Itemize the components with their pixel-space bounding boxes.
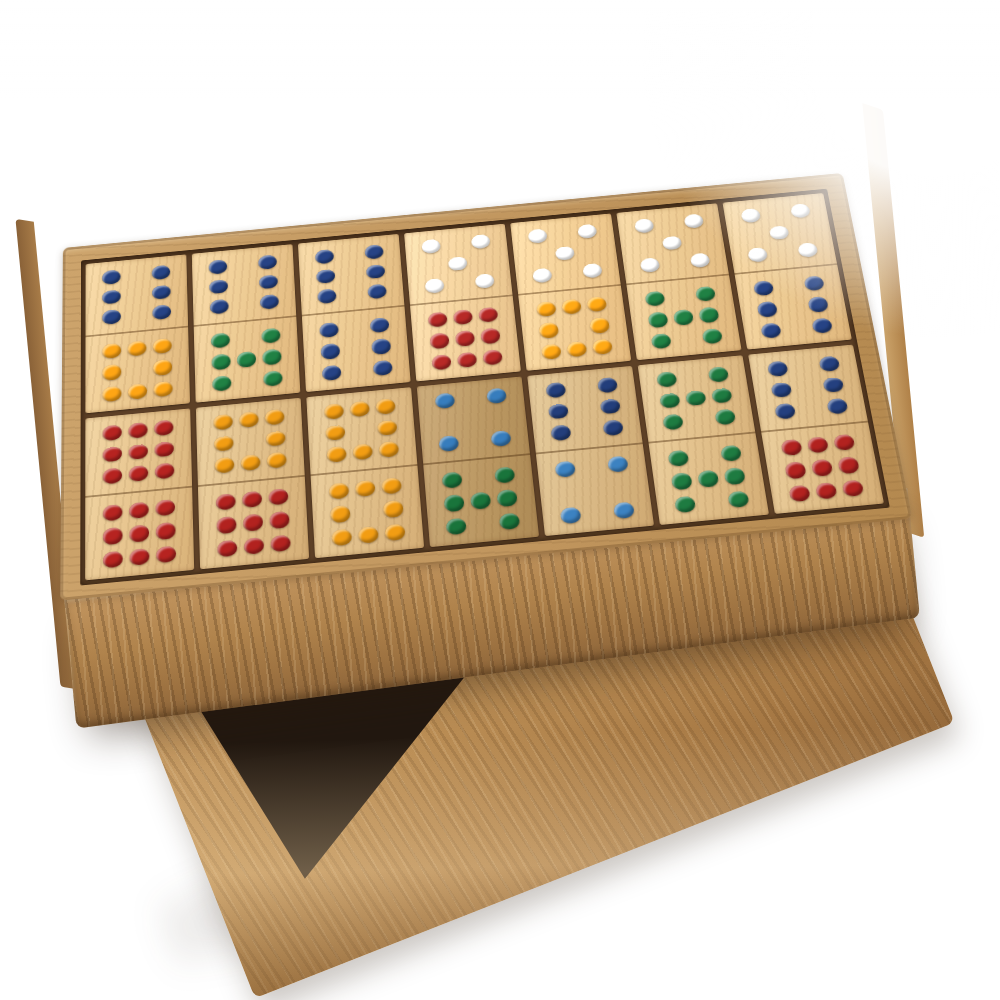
pip-cell bbox=[814, 352, 844, 376]
pip-cell bbox=[442, 233, 469, 255]
pip-red-icon bbox=[780, 439, 802, 456]
pip-light-blue-icon bbox=[491, 431, 512, 448]
pip-green-icon bbox=[711, 387, 733, 404]
pip-cell bbox=[344, 358, 371, 382]
pip-red-icon bbox=[154, 419, 173, 436]
domino-6-8[interactable] bbox=[85, 254, 190, 413]
pip-cell bbox=[711, 405, 741, 429]
pip-cell bbox=[698, 324, 727, 348]
pip-cell bbox=[153, 541, 180, 567]
pip-red-icon bbox=[243, 514, 263, 532]
pip-cell bbox=[691, 282, 720, 306]
pip-cell bbox=[364, 280, 391, 303]
pip-cell bbox=[670, 492, 700, 518]
pip-cell bbox=[372, 394, 400, 418]
pip-cell bbox=[435, 432, 463, 457]
pip-cell bbox=[740, 224, 769, 246]
domino-half-6-dark-blue bbox=[735, 265, 852, 350]
pip-dark-blue-icon bbox=[770, 382, 792, 399]
pip-white-icon bbox=[740, 208, 761, 223]
domino-half-6-dark-blue bbox=[748, 345, 868, 433]
pip-dark-blue-icon bbox=[804, 275, 825, 291]
pip-cell bbox=[151, 437, 177, 461]
pip-cell bbox=[461, 429, 489, 454]
pip-cell bbox=[444, 252, 471, 274]
pip-green-icon bbox=[237, 351, 256, 367]
domino-half-6-dark-blue bbox=[527, 366, 643, 455]
pip-cell bbox=[661, 252, 689, 275]
pip-orange-icon bbox=[213, 414, 233, 431]
pip-cell bbox=[424, 308, 451, 332]
pip-cell bbox=[419, 255, 446, 278]
pip-cell bbox=[778, 295, 807, 319]
pip-cell bbox=[418, 235, 445, 257]
pip-cell bbox=[553, 479, 582, 505]
pip-cell bbox=[490, 462, 519, 488]
pip-cell bbox=[314, 285, 340, 308]
domino-5-6[interactable] bbox=[723, 193, 852, 350]
domino-half-9-red bbox=[85, 408, 192, 497]
pip-cell bbox=[768, 241, 797, 264]
pip-dark-blue-icon bbox=[152, 284, 171, 300]
pip-green-icon bbox=[211, 332, 230, 348]
pip-cell bbox=[148, 261, 173, 283]
pip-cell bbox=[471, 270, 498, 293]
pip-dark-blue-icon bbox=[370, 317, 390, 333]
pip-cell bbox=[803, 293, 833, 317]
pip-green-icon bbox=[470, 492, 491, 510]
pip-cell bbox=[546, 421, 575, 445]
pip-cell bbox=[583, 292, 611, 316]
pip-cell bbox=[339, 283, 366, 306]
pip-orange-icon bbox=[536, 301, 556, 317]
pip-cell bbox=[606, 474, 636, 500]
pip-cell bbox=[780, 457, 811, 483]
pip-white-icon bbox=[582, 263, 602, 279]
pip-cell bbox=[544, 399, 573, 423]
pip-red-icon bbox=[244, 537, 264, 555]
pip-cell bbox=[468, 511, 497, 537]
pip-red-icon bbox=[431, 354, 451, 371]
domino-half-7-green bbox=[649, 433, 769, 525]
pip-cell bbox=[593, 373, 622, 397]
pip-cell bbox=[99, 420, 125, 444]
pip-cell bbox=[346, 397, 373, 421]
pip-red-icon bbox=[807, 436, 829, 453]
domino-8-9[interactable] bbox=[196, 398, 309, 570]
domino-half-5-white bbox=[404, 224, 513, 306]
pip-red-icon bbox=[128, 422, 147, 439]
pip-cell bbox=[150, 334, 176, 358]
pip-cell bbox=[99, 523, 126, 549]
pip-red-icon bbox=[102, 446, 121, 463]
pip-red-icon bbox=[155, 499, 175, 517]
pip-cell bbox=[342, 337, 369, 361]
pip-cell bbox=[794, 239, 823, 262]
domino-half-5-white bbox=[616, 203, 729, 285]
pip-cell bbox=[211, 453, 238, 478]
pip-dark-blue-icon bbox=[366, 264, 386, 279]
domino-half-7-green bbox=[626, 275, 741, 360]
pip-cell bbox=[577, 454, 606, 479]
pip-cell bbox=[493, 485, 522, 511]
domino-half-4-light-blue bbox=[417, 377, 530, 466]
pip-cell bbox=[374, 416, 402, 440]
pip-red-icon bbox=[268, 488, 288, 506]
pip-cell bbox=[537, 340, 565, 364]
pip-dark-blue-icon bbox=[603, 420, 624, 437]
pip-cell bbox=[580, 477, 610, 503]
pip-red-icon bbox=[155, 463, 175, 480]
domino-9-9[interactable] bbox=[85, 408, 194, 580]
pip-dark-blue-icon bbox=[152, 264, 171, 279]
pip-orange-icon bbox=[541, 344, 562, 361]
pip-cell bbox=[446, 273, 473, 296]
pip-white-icon bbox=[555, 246, 575, 261]
pip-green-icon bbox=[708, 366, 730, 382]
pip-cell bbox=[375, 437, 403, 462]
pip-cell bbox=[453, 348, 481, 372]
pip-cell bbox=[262, 426, 289, 450]
pip-orange-icon bbox=[587, 296, 608, 312]
pip-green-icon bbox=[443, 494, 464, 512]
pip-cell bbox=[549, 222, 576, 244]
pip-cell bbox=[322, 421, 349, 445]
domino-5-8[interactable] bbox=[510, 213, 631, 370]
pip-red-icon bbox=[216, 493, 236, 511]
pip-cell bbox=[210, 431, 237, 455]
pip-red-icon bbox=[103, 527, 123, 545]
pip-green-icon bbox=[441, 471, 462, 489]
pip-cell bbox=[326, 501, 354, 527]
pip-cell bbox=[666, 284, 695, 308]
pip-red-icon bbox=[217, 540, 237, 558]
pip-cell bbox=[366, 313, 393, 337]
pip-cell bbox=[349, 440, 377, 465]
pip-cell bbox=[449, 305, 476, 329]
pip-cell bbox=[99, 306, 124, 329]
domino-half-6-dark-blue bbox=[192, 244, 297, 327]
domino-half-6-dark-blue bbox=[302, 307, 411, 393]
pip-cell bbox=[125, 440, 151, 464]
domino-half-7-green bbox=[638, 355, 756, 443]
pip-cell bbox=[236, 429, 263, 453]
pip-orange-icon bbox=[153, 338, 172, 354]
pip-cell bbox=[483, 383, 511, 407]
pip-light-blue-icon bbox=[435, 392, 455, 408]
pip-orange-icon bbox=[381, 477, 402, 495]
pip-red-icon bbox=[103, 468, 122, 485]
pip-cell bbox=[259, 345, 286, 369]
pip-cell bbox=[99, 382, 125, 406]
pip-orange-icon bbox=[355, 480, 376, 498]
pip-cell bbox=[316, 318, 343, 342]
pip-white-icon bbox=[790, 203, 811, 218]
pip-cell bbox=[464, 465, 493, 491]
pip-cell bbox=[149, 281, 174, 304]
pip-red-icon bbox=[842, 479, 865, 497]
pip-cell bbox=[353, 499, 381, 525]
pip-cell bbox=[442, 514, 471, 540]
pip-cell bbox=[126, 520, 153, 546]
pip-cell bbox=[125, 380, 151, 404]
pip-orange-icon bbox=[267, 452, 287, 469]
pip-cell bbox=[231, 293, 257, 316]
pip-cell bbox=[658, 410, 687, 434]
pip-cell bbox=[636, 254, 664, 277]
pip-orange-icon bbox=[566, 341, 587, 358]
pip-green-icon bbox=[659, 392, 680, 409]
pip-cell bbox=[99, 339, 125, 363]
pip-cell bbox=[683, 229, 711, 251]
pip-cell bbox=[686, 249, 714, 272]
pip-cell bbox=[431, 388, 459, 412]
pip-cell bbox=[695, 303, 724, 327]
pip-cell bbox=[212, 489, 239, 515]
pip-cell bbox=[240, 533, 268, 559]
pip-green-icon bbox=[212, 375, 231, 392]
pip-white-icon bbox=[769, 225, 790, 240]
pip-dark-blue-icon bbox=[807, 296, 829, 312]
pip-orange-icon bbox=[383, 500, 404, 518]
pip-dark-blue-icon bbox=[320, 343, 340, 359]
pip-cell bbox=[697, 489, 727, 515]
pip-dark-blue-icon bbox=[760, 322, 782, 338]
pip-cell bbox=[573, 418, 602, 442]
domino-7-7[interactable] bbox=[638, 355, 769, 525]
domino-box-photo bbox=[0, 0, 1000, 1000]
pip-green-icon bbox=[662, 414, 684, 431]
pip-cell bbox=[421, 275, 448, 298]
pip-light-blue-icon bbox=[560, 507, 582, 525]
pip-cell bbox=[784, 481, 815, 507]
domino-8-8[interactable] bbox=[306, 387, 424, 558]
pip-dark-blue-icon bbox=[367, 284, 387, 300]
domino-half-9-red bbox=[85, 488, 194, 581]
pip-cell bbox=[99, 286, 124, 309]
domino-5-9[interactable] bbox=[404, 224, 521, 382]
pip-orange-icon bbox=[214, 457, 234, 474]
pip-cell bbox=[237, 451, 264, 476]
pip-cell bbox=[786, 199, 815, 221]
pip-cell bbox=[774, 274, 803, 297]
pip-red-icon bbox=[815, 482, 838, 500]
domino-6-6[interactable] bbox=[298, 234, 411, 392]
domino-half-6-dark-blue bbox=[86, 254, 189, 337]
domino-6-9[interactable] bbox=[748, 345, 884, 514]
pip-green-icon bbox=[647, 312, 668, 328]
pip-green-icon bbox=[715, 409, 737, 426]
pip-cell bbox=[833, 452, 864, 478]
pip-green-icon bbox=[724, 467, 746, 485]
pip-orange-icon bbox=[350, 400, 370, 417]
pip-red-icon bbox=[156, 522, 176, 540]
pip-cell bbox=[579, 260, 607, 283]
pip-green-icon bbox=[695, 286, 716, 302]
pip-cell bbox=[704, 362, 733, 386]
pip-dark-blue-icon bbox=[545, 382, 566, 398]
pip-cell bbox=[477, 324, 505, 348]
pip-green-icon bbox=[499, 512, 520, 530]
domino-5-7[interactable] bbox=[616, 203, 741, 360]
pip-cell bbox=[811, 478, 842, 504]
pip-red-icon bbox=[455, 330, 475, 346]
pip-cell bbox=[124, 358, 150, 382]
pip-cell bbox=[256, 291, 282, 314]
pip-cell bbox=[792, 375, 822, 399]
pip-cell bbox=[526, 245, 553, 267]
pip-light-blue-icon bbox=[438, 436, 459, 453]
pip-red-icon bbox=[482, 349, 503, 366]
pip-cell bbox=[558, 295, 586, 319]
pip-cell bbox=[652, 367, 681, 391]
pip-dark-blue-icon bbox=[152, 305, 171, 321]
pip-orange-icon bbox=[385, 523, 406, 541]
pip-light-blue-icon bbox=[554, 460, 575, 477]
pip-white-icon bbox=[634, 218, 654, 233]
pip-cell bbox=[603, 451, 632, 476]
pip-orange-icon bbox=[241, 455, 261, 472]
pip-cell bbox=[763, 356, 793, 380]
pip-cell bbox=[311, 245, 337, 267]
pip-orange-icon bbox=[128, 383, 147, 400]
pip-cell bbox=[208, 371, 234, 395]
pip-green-icon bbox=[698, 307, 719, 323]
pip-cell bbox=[318, 361, 345, 385]
pip-cell bbox=[647, 329, 676, 353]
pip-cell bbox=[266, 507, 294, 533]
pip-cell bbox=[152, 495, 179, 521]
pip-dark-blue-icon bbox=[373, 360, 393, 377]
pip-cell bbox=[459, 407, 487, 431]
domino-4-7[interactable] bbox=[417, 377, 539, 548]
pip-cell bbox=[753, 297, 782, 321]
pip-cell bbox=[125, 418, 151, 442]
pip-cell bbox=[256, 271, 282, 294]
pip-light-blue-icon bbox=[486, 387, 507, 403]
pip-green-icon bbox=[685, 390, 707, 407]
domino-half-5-white bbox=[723, 193, 838, 275]
pip-cell bbox=[524, 225, 551, 247]
pip-green-icon bbox=[727, 490, 749, 508]
pip-red-icon bbox=[103, 551, 123, 569]
pip-cell bbox=[234, 369, 261, 393]
pip-cell bbox=[379, 496, 407, 522]
pip-cell bbox=[317, 339, 344, 363]
pip-cell bbox=[570, 397, 599, 421]
pip-orange-icon bbox=[102, 386, 121, 403]
pip-cell bbox=[716, 440, 746, 465]
pip-white-icon bbox=[690, 253, 711, 269]
domino-half-8-orange bbox=[196, 398, 305, 487]
pip-red-icon bbox=[833, 434, 855, 451]
domino-6-7[interactable] bbox=[192, 244, 301, 403]
pip-cell bbox=[532, 297, 560, 321]
pip-cell bbox=[150, 355, 176, 379]
pip-cell bbox=[233, 347, 259, 371]
pip-white-icon bbox=[747, 247, 768, 262]
pip-cell bbox=[576, 240, 604, 262]
domino-6-4[interactable] bbox=[527, 366, 654, 536]
pip-cell bbox=[369, 356, 396, 380]
pip-white-icon bbox=[684, 213, 705, 228]
pip-red-icon bbox=[837, 456, 860, 474]
pip-cell bbox=[588, 335, 617, 359]
pip-green-icon bbox=[697, 470, 719, 488]
pip-cell bbox=[325, 478, 353, 504]
pip-cell bbox=[528, 265, 556, 288]
pip-white-icon bbox=[421, 238, 441, 253]
pip-dark-blue-icon bbox=[774, 403, 796, 420]
pip-dark-blue-icon bbox=[102, 289, 121, 305]
pip-orange-icon bbox=[358, 526, 379, 544]
pip-white-icon bbox=[640, 258, 661, 274]
pip-cell bbox=[260, 367, 287, 391]
pip-cell bbox=[99, 442, 125, 466]
pip-cell bbox=[655, 389, 684, 413]
pip-cell bbox=[336, 243, 362, 265]
pip-orange-icon bbox=[128, 340, 147, 356]
pip-cell bbox=[765, 222, 794, 244]
pip-dark-blue-icon bbox=[322, 365, 342, 382]
pip-dark-blue-icon bbox=[767, 360, 789, 376]
pip-white-icon bbox=[577, 223, 597, 238]
pip-red-icon bbox=[427, 311, 447, 327]
pip-cell bbox=[99, 266, 124, 288]
pip-orange-icon bbox=[102, 343, 121, 359]
pip-dark-blue-icon bbox=[319, 322, 339, 338]
pip-green-icon bbox=[445, 518, 466, 536]
pip-cell bbox=[776, 435, 806, 460]
pip-cell bbox=[807, 314, 837, 338]
pip-red-icon bbox=[269, 511, 289, 529]
pip-white-icon bbox=[448, 256, 468, 271]
pip-cell bbox=[551, 242, 579, 264]
pip-red-icon bbox=[129, 548, 149, 566]
pip-dark-blue-icon bbox=[102, 269, 121, 284]
pip-cell bbox=[124, 283, 149, 306]
pip-green-icon bbox=[497, 489, 518, 507]
pip-green-icon bbox=[674, 496, 696, 514]
pip-orange-icon bbox=[102, 364, 121, 381]
pip-cell bbox=[807, 455, 838, 481]
pip-white-icon bbox=[425, 278, 445, 294]
domino-half-7-green bbox=[423, 455, 539, 547]
pip-green-icon bbox=[671, 472, 693, 490]
pip-cell bbox=[381, 519, 410, 545]
pip-green-icon bbox=[667, 450, 689, 467]
pip-orange-icon bbox=[154, 381, 173, 398]
pip-green-icon bbox=[211, 354, 230, 370]
domino-half-6-dark-blue bbox=[298, 234, 405, 316]
pip-cell bbox=[230, 253, 256, 275]
pip-red-icon bbox=[453, 309, 473, 325]
pip-red-icon bbox=[129, 501, 149, 519]
pip-orange-icon bbox=[379, 441, 400, 458]
pip-cell bbox=[341, 316, 368, 340]
pip-cell bbox=[263, 448, 290, 473]
pip-orange-icon bbox=[589, 317, 610, 333]
pip-dark-blue-icon bbox=[550, 425, 571, 442]
pip-cell bbox=[433, 410, 461, 434]
pip-cell bbox=[207, 329, 233, 353]
pip-cell bbox=[265, 484, 293, 510]
pip-cell bbox=[151, 415, 177, 439]
pip-cell bbox=[658, 232, 686, 254]
pip-orange-icon bbox=[592, 339, 613, 356]
pip-cell bbox=[554, 262, 582, 285]
pip-orange-icon bbox=[239, 411, 259, 428]
